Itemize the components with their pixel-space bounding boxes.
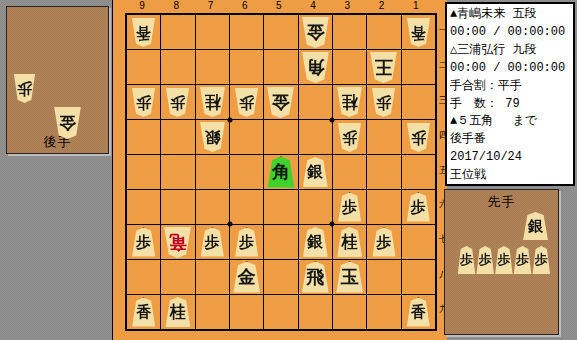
hoshi-dot [227, 222, 232, 227]
shogi-piece-sente: 歩 [337, 193, 362, 222]
board-cell [196, 190, 229, 224]
board-cell [264, 225, 297, 259]
board-cell [196, 50, 229, 84]
info-line: 00:00 / 00:00:00 [450, 60, 570, 78]
shogi-piece-gote: 桂 [199, 87, 226, 117]
board-cell: 歩 [367, 225, 400, 259]
shogi-piece-gote: 角 [301, 52, 330, 83]
board-cell [402, 260, 435, 294]
info-panel: ▲青嶋未来 五段00:00 / 00:00:00△三浦弘行 九段00:00 / … [445, 2, 575, 186]
sente-label: 先手 [445, 193, 558, 211]
board-cell: 桂 [161, 295, 194, 329]
info-line: 00:00 / 00:00:00 [450, 24, 570, 42]
shogi-piece-gote: 歩 [165, 88, 190, 117]
shogi-piece-gote: 歩 [337, 123, 362, 152]
board-cell [230, 120, 263, 154]
board-cell [367, 260, 400, 294]
file-label: 3 [330, 0, 364, 12]
board-cell [402, 155, 435, 189]
file-label: 2 [364, 0, 398, 12]
board-cell: 桂 [333, 225, 366, 259]
shogi-piece-sente: 歩 [131, 228, 156, 257]
board-cell [161, 15, 194, 49]
shogi-piece-sente: 飛 [301, 262, 330, 293]
shogi-piece-gote: 金 [266, 87, 295, 118]
shogi-piece-sente: 歩 [371, 228, 396, 257]
board-cell [367, 190, 400, 224]
board-cell: 歩 [127, 225, 160, 259]
shogi-piece-sente: 歩 [200, 228, 225, 257]
file-label: 7 [193, 0, 227, 12]
shogi-piece-gote: 歩 [13, 74, 36, 103]
board-cell [367, 15, 400, 49]
board-cell: 竜 [161, 225, 194, 259]
board-cell [299, 190, 332, 224]
shogi-piece-sente: 歩 [234, 228, 259, 257]
board-cell [299, 120, 332, 154]
board-cell [230, 50, 263, 84]
board-cell [161, 260, 194, 294]
gote-hand-tray: 後手 歩金 [6, 6, 109, 154]
board-cell: 香 [127, 295, 160, 329]
board-cell: 金 [299, 15, 332, 49]
shogi-piece-gote: 香 [131, 18, 156, 47]
board-cell: 歩 [230, 85, 263, 119]
board-cell: 金 [264, 85, 297, 119]
shogi-piece-gote: 歩 [406, 123, 431, 152]
board-cell [402, 85, 435, 119]
board-cell: 歩 [402, 120, 435, 154]
shogi-piece-gote: 王 [369, 52, 398, 83]
board-cell [127, 120, 160, 154]
file-label: 8 [159, 0, 193, 12]
shogi-piece-sente: 桂 [164, 297, 191, 327]
board-cell: 銀 [299, 155, 332, 189]
info-line: 手 数： 79 [450, 96, 570, 114]
board-cell [230, 155, 263, 189]
board-cell: 歩 [333, 190, 366, 224]
shogi-piece-gote: 歩 [234, 88, 259, 117]
shogi-piece-sente: 歩 [406, 193, 431, 222]
hoshi-dot [227, 117, 232, 122]
board-cell [161, 50, 194, 84]
file-label: 9 [125, 0, 159, 12]
board-cell [230, 295, 263, 329]
board-cell [264, 120, 297, 154]
board-cell: 金 [230, 260, 263, 294]
sente-hand-tray: 先手 銀歩歩歩歩歩 [444, 189, 559, 335]
shogi-piece-sente: 銀 [522, 212, 549, 240]
board-cell: 香 [402, 295, 435, 329]
board-cell: 玉 [333, 260, 366, 294]
board-cell [230, 190, 263, 224]
board-cell [127, 260, 160, 294]
board-cell [264, 50, 297, 84]
info-line: 2017/10/24 [450, 149, 570, 167]
board-cell [333, 15, 366, 49]
shogi-piece-sente: 香 [131, 298, 156, 327]
board-cell [264, 260, 297, 294]
file-label: 5 [262, 0, 296, 12]
kifu-viewer-window: 後手 歩金 987654321 一二三四五六七八九 香金香角王歩歩桂歩金桂歩銀歩… [0, 0, 577, 340]
board-cell [127, 155, 160, 189]
shogi-piece-gote: 桂 [336, 87, 363, 117]
board-cell [127, 50, 160, 84]
board-cell [264, 190, 297, 224]
board-cell [161, 120, 194, 154]
board-cell: 銀 [196, 120, 229, 154]
shogi-piece-sente: 金 [232, 262, 261, 293]
board-cell [196, 295, 229, 329]
board-area: 987654321 一二三四五六七八九 香金香角王歩歩桂歩金桂歩銀歩歩角銀歩歩歩… [112, 0, 447, 340]
info-line: 後手番 [450, 131, 570, 149]
board-cell [196, 15, 229, 49]
shogi-piece-gote: 歩 [131, 88, 156, 117]
board-cell [402, 225, 435, 259]
board-cell [196, 155, 229, 189]
board-cell [367, 120, 400, 154]
board-cell: 歩 [367, 85, 400, 119]
board-cell [367, 295, 400, 329]
shogi-piece-sente: 歩 [513, 246, 532, 274]
shogi-piece-sente: 歩 [457, 246, 476, 274]
board-cell: 歩 [161, 85, 194, 119]
shogi-piece-gote: 歩 [371, 88, 396, 117]
board-cell: 歩 [127, 85, 160, 119]
info-line: 手合割：平手 [450, 78, 570, 96]
board-cell: 歩 [230, 225, 263, 259]
board-cell [333, 295, 366, 329]
shogi-piece-sente: 玉 [335, 262, 364, 293]
board-cell: 香 [127, 15, 160, 49]
info-line: 王位戦 [450, 167, 570, 185]
info-line: ▲青嶋未来 五段 [450, 6, 570, 24]
board-cell: 角 [299, 50, 332, 84]
board-cell: 桂 [196, 85, 229, 119]
board-cell [264, 295, 297, 329]
shogi-piece-sente: 銀 [302, 157, 329, 187]
board-cell: 歩 [402, 190, 435, 224]
board-cell: 歩 [196, 225, 229, 259]
board-cell: 飛 [299, 260, 332, 294]
shogi-piece-gote: 銀 [199, 122, 226, 152]
board-cell [161, 155, 194, 189]
file-label: 1 [399, 0, 433, 12]
hoshi-dot [330, 117, 335, 122]
board-cell [402, 50, 435, 84]
board-cell [161, 190, 194, 224]
board-cell [264, 15, 297, 49]
shogi-piece-sente: 香 [406, 298, 431, 327]
shogi-piece-sente: 角 [266, 157, 295, 188]
hoshi-dot [330, 222, 335, 227]
shogi-piece-gote: 香 [406, 18, 431, 47]
board-cell: 王 [367, 50, 400, 84]
shogi-piece-sente: 歩 [532, 246, 551, 274]
board-cell [230, 15, 263, 49]
board-cell [127, 190, 160, 224]
shogi-piece-sente: 桂 [336, 227, 363, 257]
shogi-piece-sente: 歩 [494, 246, 513, 274]
board-cell: 角 [264, 155, 297, 189]
shogi-board: 香金香角王歩歩桂歩金桂歩銀歩歩角銀歩歩歩竜歩歩銀桂歩金飛玉香桂香 [125, 13, 437, 331]
info-line: ▲５五角 まで [450, 113, 570, 131]
shogi-piece-gote: 金 [301, 17, 330, 48]
board-cell: 桂 [333, 85, 366, 119]
info-line: △三浦弘行 九段 [450, 42, 570, 60]
board-cell [299, 295, 332, 329]
file-label: 4 [296, 0, 330, 12]
shogi-piece-sente: 歩 [476, 246, 495, 274]
board-cell [367, 155, 400, 189]
board-cell: 歩 [333, 120, 366, 154]
shogi-piece-gote-promoted: 竜 [163, 227, 192, 258]
board-cell [196, 260, 229, 294]
board-cell [333, 50, 366, 84]
file-label: 6 [228, 0, 262, 12]
shogi-piece-sente: 銀 [302, 227, 329, 257]
board-cell [299, 85, 332, 119]
gote-label: 後手 [7, 133, 108, 151]
board-cell: 銀 [299, 225, 332, 259]
board-cell: 香 [402, 15, 435, 49]
board-cell [333, 155, 366, 189]
